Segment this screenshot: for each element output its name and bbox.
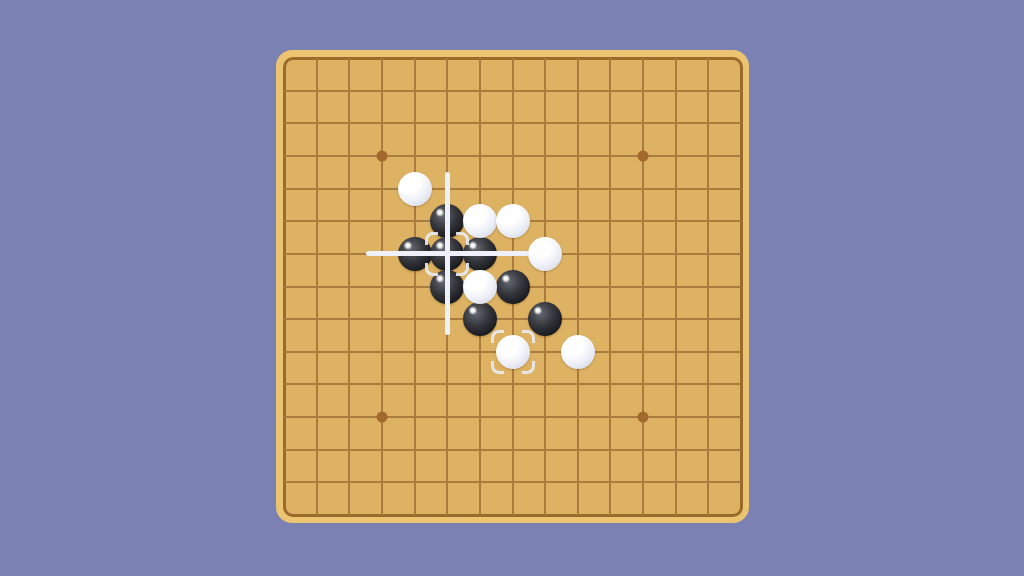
board-cell[interactable] [545,384,578,417]
board-cell[interactable] [578,123,611,156]
board-cell[interactable] [610,221,643,254]
board-cell[interactable] [480,384,513,417]
board-cell[interactable] [708,352,741,385]
board-cell[interactable] [512,482,545,515]
board-cell[interactable] [284,91,317,124]
board-cell[interactable] [676,189,709,222]
board-cell[interactable] [578,417,611,450]
board-cell[interactable] [415,319,448,352]
board-cell[interactable] [415,450,448,483]
board-cell[interactable] [676,58,709,91]
board-cell[interactable] [317,482,350,515]
board-cell[interactable] [317,286,350,319]
board-cell[interactable] [545,58,578,91]
board-cell[interactable] [447,482,480,515]
board-cell[interactable] [578,482,611,515]
board-cell[interactable] [382,482,415,515]
star-point [638,412,649,423]
board-cell[interactable] [708,450,741,483]
board-cell[interactable] [382,384,415,417]
board-cell[interactable] [676,123,709,156]
board-cell[interactable] [284,482,317,515]
board-cell[interactable] [610,254,643,287]
board-cell[interactable] [480,450,513,483]
board-cell[interactable] [349,384,382,417]
board-cell[interactable] [676,417,709,450]
board-cell[interactable] [578,254,611,287]
board-cell[interactable] [708,384,741,417]
board-cell[interactable] [708,286,741,319]
board-cell[interactable] [578,58,611,91]
board-cell[interactable] [643,91,676,124]
board-cell[interactable] [545,156,578,189]
board-cell[interactable] [512,123,545,156]
board-cell[interactable] [643,156,676,189]
board-cell[interactable] [284,417,317,450]
star-point [376,412,387,423]
board-cell[interactable] [643,58,676,91]
board-cell[interactable] [317,450,350,483]
board-cell[interactable] [545,450,578,483]
board-cell[interactable] [317,254,350,287]
board-cell[interactable] [512,450,545,483]
board-cell[interactable] [578,221,611,254]
board-cell[interactable] [382,352,415,385]
board-cell[interactable] [578,450,611,483]
board-cell[interactable] [317,352,350,385]
board-cell[interactable] [382,286,415,319]
board-cell[interactable] [676,221,709,254]
board-cell[interactable] [610,417,643,450]
board-cell[interactable] [643,286,676,319]
last-move-bracket-marker [491,330,535,374]
board-cell[interactable] [708,58,741,91]
board-cell[interactable] [349,482,382,515]
board-cell[interactable] [676,482,709,515]
board-cell[interactable] [480,417,513,450]
board-cell[interactable] [708,221,741,254]
star-point [376,150,387,161]
board-cell[interactable] [610,189,643,222]
bracket-corner [522,330,535,343]
board-cell[interactable] [708,156,741,189]
board-cell[interactable] [480,482,513,515]
board-cell[interactable] [480,58,513,91]
board-cell[interactable] [415,482,448,515]
board-cell[interactable] [643,482,676,515]
board-cell[interactable] [610,319,643,352]
board-cell[interactable] [643,123,676,156]
board-cell[interactable] [349,156,382,189]
white-stone [561,335,595,369]
bracket-corner [456,263,469,276]
board-cell[interactable] [447,58,480,91]
white-stone [496,204,530,238]
board-cell[interactable] [643,384,676,417]
board-cell[interactable] [447,123,480,156]
board-cell[interactable] [382,319,415,352]
board-cell[interactable] [708,417,741,450]
board-cell[interactable] [382,91,415,124]
board-cell[interactable] [317,384,350,417]
board-cell[interactable] [578,189,611,222]
board-cell[interactable] [512,156,545,189]
board-cell[interactable] [284,286,317,319]
board-cell[interactable] [610,450,643,483]
gomoku-board [276,50,749,523]
board-cell[interactable] [349,189,382,222]
board-cell[interactable] [415,352,448,385]
board-cell[interactable] [610,482,643,515]
board-cell[interactable] [708,254,741,287]
bracket-corner [491,361,504,374]
board-cell[interactable] [708,482,741,515]
board-cell[interactable] [480,123,513,156]
board-cell[interactable] [349,254,382,287]
board-cell[interactable] [447,156,480,189]
board-cell[interactable] [349,319,382,352]
board-cell[interactable] [317,189,350,222]
board-cell[interactable] [708,123,741,156]
board-cell[interactable] [382,450,415,483]
board-cell[interactable] [480,91,513,124]
board-cell[interactable] [610,286,643,319]
board-cell[interactable] [512,384,545,417]
board-cell[interactable] [610,352,643,385]
board-cell[interactable] [480,156,513,189]
board-cell[interactable] [545,189,578,222]
board-cell[interactable] [415,417,448,450]
board-cell[interactable] [578,156,611,189]
board-cell[interactable] [284,254,317,287]
board-cell[interactable] [643,254,676,287]
bracket-corner [425,232,438,245]
board-cell[interactable] [284,156,317,189]
board-cell[interactable] [545,91,578,124]
board-cell[interactable] [676,91,709,124]
board-cell[interactable] [415,384,448,417]
board-cell[interactable] [447,352,480,385]
board-cell[interactable] [643,189,676,222]
board-cell[interactable] [317,417,350,450]
board-cell[interactable] [284,450,317,483]
board-cell[interactable] [317,319,350,352]
board-cell[interactable] [349,221,382,254]
board-cell[interactable] [415,58,448,91]
bracket-corner [522,361,535,374]
bracket-corner [491,330,504,343]
bracket-corner [425,263,438,276]
board-cell[interactable] [610,156,643,189]
board-cell[interactable] [643,417,676,450]
black-stone [496,270,530,304]
board-cell[interactable] [610,58,643,91]
board-cell[interactable] [578,91,611,124]
board-cell[interactable] [610,384,643,417]
app-background [0,0,1024,576]
board-cell[interactable] [382,123,415,156]
board-cell[interactable] [708,319,741,352]
board-cell[interactable] [349,417,382,450]
board-cell[interactable] [349,352,382,385]
board-cell[interactable] [349,450,382,483]
board-cell[interactable] [447,450,480,483]
board-cell[interactable] [447,91,480,124]
board-cell[interactable] [317,123,350,156]
board-cell[interactable] [512,91,545,124]
board-cell[interactable] [349,286,382,319]
board-cell[interactable] [382,58,415,91]
board-cell[interactable] [643,221,676,254]
board-cell[interactable] [545,482,578,515]
board-cell[interactable] [415,91,448,124]
board-cell[interactable] [284,319,317,352]
board-cell[interactable] [447,384,480,417]
board-cell[interactable] [545,123,578,156]
board-cell[interactable] [676,319,709,352]
white-stone [398,172,432,206]
board-cell[interactable] [317,58,350,91]
board-cell[interactable] [676,450,709,483]
board-cell[interactable] [643,450,676,483]
board-cell[interactable] [284,189,317,222]
board-cell[interactable] [545,417,578,450]
board-cell[interactable] [284,58,317,91]
board-cell[interactable] [610,123,643,156]
board-cell[interactable] [317,221,350,254]
board-cell[interactable] [578,384,611,417]
star-point [638,150,649,161]
board-cell[interactable] [317,91,350,124]
board-cell[interactable] [676,352,709,385]
board-cell[interactable] [643,352,676,385]
board-cell[interactable] [349,91,382,124]
board-cell[interactable] [676,156,709,189]
board-cell[interactable] [708,189,741,222]
board-cell[interactable] [415,123,448,156]
board-cell[interactable] [578,286,611,319]
board-cell[interactable] [284,123,317,156]
white-stone [528,237,562,271]
board-cell[interactable] [284,352,317,385]
board-cell[interactable] [708,91,741,124]
board-cell[interactable] [512,417,545,450]
board-cell[interactable] [284,221,317,254]
board-cell[interactable] [676,384,709,417]
board-cell[interactable] [676,286,709,319]
board-cell[interactable] [349,123,382,156]
board-cell[interactable] [512,58,545,91]
board-cell[interactable] [643,319,676,352]
board-cell[interactable] [676,254,709,287]
board-cell[interactable] [284,384,317,417]
board-cell[interactable] [382,417,415,450]
board-cell[interactable] [349,58,382,91]
board-cell[interactable] [317,156,350,189]
crosshair-vertical-line [445,172,450,335]
bracket-corner [456,232,469,245]
board-cell[interactable] [610,91,643,124]
board-cell[interactable] [447,417,480,450]
